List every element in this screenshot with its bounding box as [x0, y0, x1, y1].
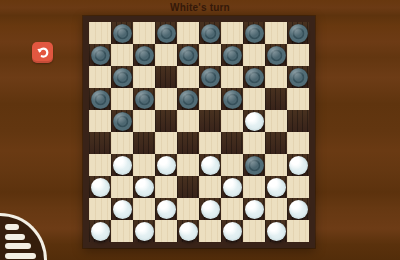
menu-button[interactable]	[0, 213, 47, 260]
board-cell	[221, 154, 243, 176]
turn-indicator: White's turn	[0, 2, 400, 13]
board-cell	[133, 198, 155, 220]
board-cell[interactable]	[177, 44, 199, 66]
board-cell	[243, 88, 265, 110]
board-cell	[177, 22, 199, 44]
board-cell[interactable]	[89, 132, 111, 154]
checker-black[interactable]	[91, 90, 110, 109]
board-cell[interactable]	[89, 176, 111, 198]
checker-white[interactable]	[157, 156, 176, 175]
board-cell[interactable]	[89, 220, 111, 242]
board-cell	[243, 132, 265, 154]
checker-black[interactable]	[135, 90, 154, 109]
board-cell[interactable]	[287, 22, 309, 44]
checker-black[interactable]	[223, 46, 242, 65]
board	[83, 16, 315, 248]
checker-black[interactable]	[267, 46, 286, 65]
checker-black[interactable]	[157, 24, 176, 43]
board-cell[interactable]	[133, 132, 155, 154]
board-cell	[111, 220, 133, 242]
checker-black[interactable]	[245, 156, 264, 175]
board-cell	[243, 220, 265, 242]
board-cell[interactable]	[89, 88, 111, 110]
checker-black[interactable]	[135, 46, 154, 65]
board-cell[interactable]	[265, 132, 287, 154]
board-cell	[111, 44, 133, 66]
checker-white[interactable]	[245, 200, 264, 219]
board-cell	[111, 88, 133, 110]
board-cell	[133, 110, 155, 132]
board-cell	[243, 44, 265, 66]
checker-white[interactable]	[201, 156, 220, 175]
board-cell	[199, 176, 221, 198]
board-cell	[199, 220, 221, 242]
board-cell	[177, 198, 199, 220]
board-cell	[89, 154, 111, 176]
board-cell	[133, 154, 155, 176]
board-cell[interactable]	[177, 88, 199, 110]
board-cell[interactable]	[177, 220, 199, 242]
checker-black[interactable]	[113, 68, 132, 87]
checker-white[interactable]	[201, 200, 220, 219]
board-cell	[265, 22, 287, 44]
board-cell[interactable]	[111, 110, 133, 132]
board-cell[interactable]	[133, 44, 155, 66]
board-cell	[199, 44, 221, 66]
board-cell	[133, 22, 155, 44]
board-cell	[199, 132, 221, 154]
board-cell	[287, 220, 309, 242]
board-cell	[221, 66, 243, 88]
checker-black[interactable]	[245, 24, 264, 43]
board-cell[interactable]	[133, 220, 155, 242]
checker-white[interactable]	[91, 178, 110, 197]
checker-white[interactable]	[179, 222, 198, 241]
board-cell[interactable]	[155, 22, 177, 44]
board-cell[interactable]	[287, 154, 309, 176]
board-cell[interactable]	[243, 154, 265, 176]
board-cell	[111, 176, 133, 198]
board-cell	[177, 66, 199, 88]
board-cell[interactable]	[243, 198, 265, 220]
checker-black[interactable]	[113, 24, 132, 43]
board-cell[interactable]	[243, 110, 265, 132]
board-cell[interactable]	[287, 110, 309, 132]
checker-white[interactable]	[223, 222, 242, 241]
board-cell[interactable]	[199, 66, 221, 88]
checker-black[interactable]	[201, 68, 220, 87]
board-cell[interactable]	[111, 22, 133, 44]
board-cell[interactable]	[243, 66, 265, 88]
board-cell	[111, 132, 133, 154]
board-cell	[265, 110, 287, 132]
checker-black[interactable]	[179, 46, 198, 65]
board-cell[interactable]	[177, 132, 199, 154]
board-cell[interactable]	[221, 44, 243, 66]
board-cell[interactable]	[133, 88, 155, 110]
checker-black[interactable]	[113, 112, 132, 131]
board-cell	[243, 176, 265, 198]
board-cell	[287, 176, 309, 198]
checker-white[interactable]	[157, 200, 176, 219]
board-cell[interactable]	[199, 110, 221, 132]
board-cell[interactable]	[199, 154, 221, 176]
board-cell	[177, 110, 199, 132]
board-cell[interactable]	[221, 88, 243, 110]
board-cell[interactable]	[221, 220, 243, 242]
checker-white[interactable]	[245, 112, 264, 131]
checker-white[interactable]	[267, 222, 286, 241]
board-cell	[155, 176, 177, 198]
checker-white[interactable]	[289, 200, 308, 219]
checker-black[interactable]	[91, 46, 110, 65]
checker-white[interactable]	[223, 178, 242, 197]
board-cell[interactable]	[177, 176, 199, 198]
board-cell	[221, 198, 243, 220]
board-cell	[155, 44, 177, 66]
board-cell	[221, 22, 243, 44]
board-cell[interactable]	[287, 66, 309, 88]
board-cell	[287, 88, 309, 110]
board-cell	[89, 66, 111, 88]
board-cell[interactable]	[155, 66, 177, 88]
board-cell	[265, 198, 287, 220]
checker-black[interactable]	[223, 90, 242, 109]
board-cell[interactable]	[155, 154, 177, 176]
board-cell[interactable]	[265, 176, 287, 198]
board-cell	[155, 132, 177, 154]
board-cell[interactable]	[89, 44, 111, 66]
board-cell	[155, 220, 177, 242]
board-cell	[221, 110, 243, 132]
board-cell	[265, 154, 287, 176]
board-cell[interactable]	[265, 44, 287, 66]
checker-black[interactable]	[245, 68, 264, 87]
board-cell	[89, 198, 111, 220]
checker-white[interactable]	[135, 178, 154, 197]
board-cell[interactable]	[111, 154, 133, 176]
board-cell[interactable]	[221, 132, 243, 154]
checker-black[interactable]	[289, 24, 308, 43]
checker-white[interactable]	[267, 178, 286, 197]
checker-white[interactable]	[113, 156, 132, 175]
board-cell[interactable]	[199, 198, 221, 220]
checker-black[interactable]	[179, 90, 198, 109]
board-cell[interactable]	[155, 110, 177, 132]
board-cell	[177, 154, 199, 176]
board-cell[interactable]	[265, 88, 287, 110]
checker-white[interactable]	[91, 222, 110, 241]
board-cell	[89, 22, 111, 44]
checker-black[interactable]	[289, 68, 308, 87]
board-cell[interactable]	[265, 220, 287, 242]
board-cell	[199, 88, 221, 110]
board-cell[interactable]	[111, 198, 133, 220]
board-cell[interactable]	[133, 176, 155, 198]
board-cell[interactable]	[111, 66, 133, 88]
board-cell[interactable]	[243, 22, 265, 44]
board-cell	[155, 88, 177, 110]
board-cell	[133, 66, 155, 88]
board-cell	[287, 132, 309, 154]
undo-arrow-icon	[35, 45, 50, 60]
board-cell	[89, 110, 111, 132]
board-cell[interactable]	[287, 198, 309, 220]
game-screen: { "game": "checkers", "variant": "intern…	[0, 0, 400, 260]
board-cell[interactable]	[155, 198, 177, 220]
board-cell[interactable]	[221, 176, 243, 198]
board-cell	[287, 44, 309, 66]
checker-white[interactable]	[135, 222, 154, 241]
checker-white[interactable]	[289, 156, 308, 175]
board-cell	[265, 66, 287, 88]
checker-white[interactable]	[113, 200, 132, 219]
checker-black[interactable]	[201, 24, 220, 43]
undo-button[interactable]	[32, 42, 53, 63]
board-cell[interactable]	[199, 22, 221, 44]
